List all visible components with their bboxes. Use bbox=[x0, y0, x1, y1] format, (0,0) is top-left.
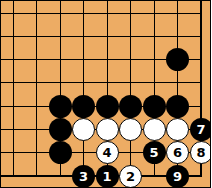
move-number-label: 7 bbox=[196, 123, 205, 136]
stone-black-move-1: 1 bbox=[96, 165, 119, 188]
stone-white-move-2: 2 bbox=[119, 165, 142, 188]
stone-white bbox=[143, 118, 166, 141]
stone-white-move-8: 8 bbox=[190, 141, 212, 164]
stone-white bbox=[96, 118, 119, 141]
stone-black bbox=[96, 95, 119, 118]
move-number-label: 6 bbox=[173, 146, 182, 159]
stone-black bbox=[143, 95, 166, 118]
stone-black-move-3: 3 bbox=[72, 165, 95, 188]
stone-black bbox=[49, 118, 72, 141]
stone-white-move-4: 4 bbox=[96, 141, 119, 164]
move-number-label: 4 bbox=[102, 146, 111, 159]
stone-black bbox=[49, 141, 72, 164]
move-number-label: 2 bbox=[126, 170, 135, 183]
move-number-label: 9 bbox=[173, 170, 182, 183]
grid-line-vertical bbox=[83, 1, 84, 177]
stone-black-move-5: 5 bbox=[143, 141, 166, 164]
go-board-diagram: 745683129 bbox=[0, 0, 211, 188]
grid-line-vertical bbox=[13, 1, 14, 177]
stone-black-move-7: 7 bbox=[190, 118, 212, 141]
grid-line-vertical bbox=[130, 1, 131, 177]
grid-line-horizontal bbox=[1, 82, 202, 83]
move-number-label: 8 bbox=[196, 146, 205, 159]
stone-black bbox=[49, 95, 72, 118]
grid-line-horizontal bbox=[1, 36, 202, 37]
move-number-label: 1 bbox=[102, 170, 111, 183]
stone-black bbox=[72, 95, 95, 118]
move-number-label: 5 bbox=[149, 146, 158, 159]
grid-line-vertical bbox=[36, 1, 37, 177]
move-number-label: 3 bbox=[79, 170, 88, 183]
stone-black-move-9: 9 bbox=[166, 165, 189, 188]
stone-white bbox=[72, 118, 95, 141]
stone-white-move-6: 6 bbox=[166, 141, 189, 164]
stone-white bbox=[119, 118, 142, 141]
stone-black bbox=[119, 95, 142, 118]
stone-white bbox=[166, 118, 189, 141]
stone-black bbox=[166, 95, 189, 118]
stone-black bbox=[166, 48, 189, 71]
grid-line-horizontal bbox=[1, 13, 202, 14]
